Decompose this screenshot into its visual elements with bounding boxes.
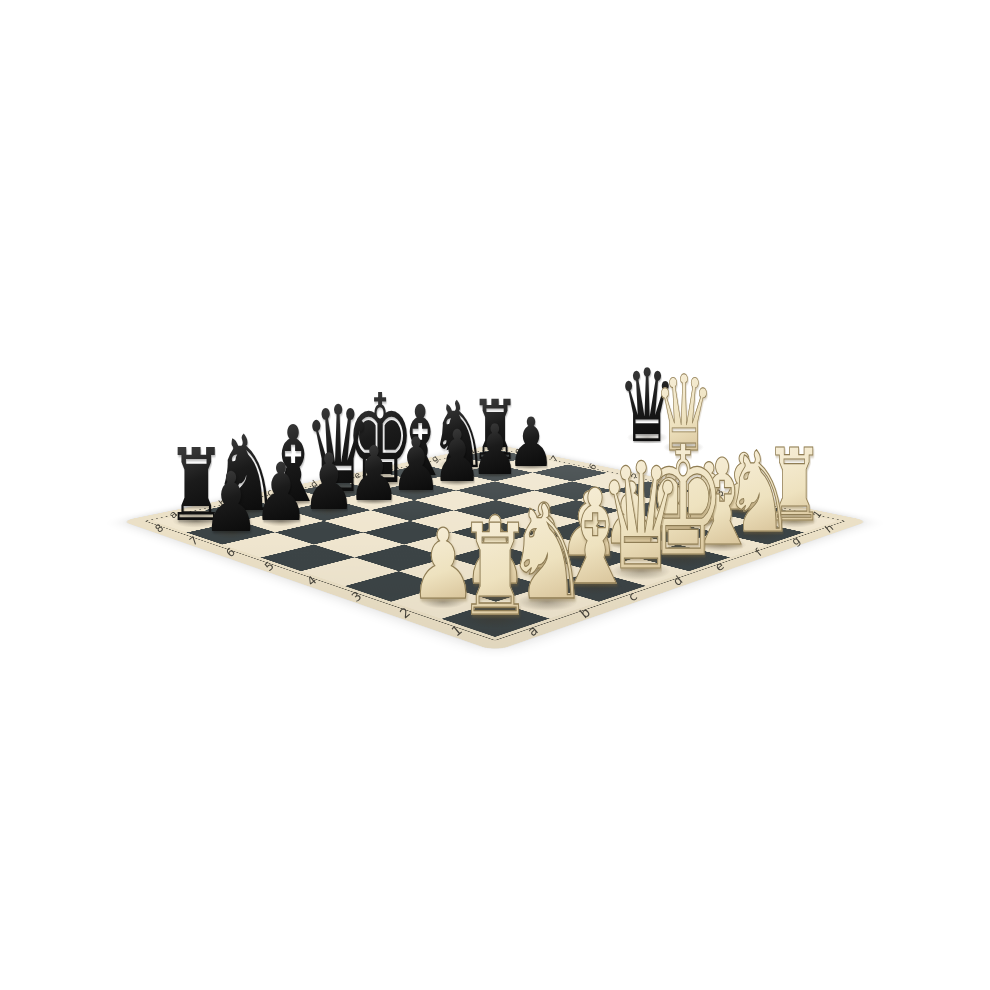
black-pawn-glyph: ♟: [302, 445, 356, 523]
black-pawn-glyph: ♟: [253, 453, 309, 533]
file-label: h: [824, 522, 836, 535]
rank-label: 4: [305, 574, 319, 588]
pieces-layer: aa11bb22cc33dd44ee55ff66gg77hh88♜♞♝♛♚♝♞♜…: [0, 0, 990, 990]
white-rook-glyph: ♜: [458, 508, 533, 634]
black-pawn-glyph: ♟: [202, 462, 260, 544]
rank-label: 8: [154, 522, 166, 535]
rank-label: 3: [350, 589, 364, 604]
rank-label: 5: [264, 560, 277, 574]
